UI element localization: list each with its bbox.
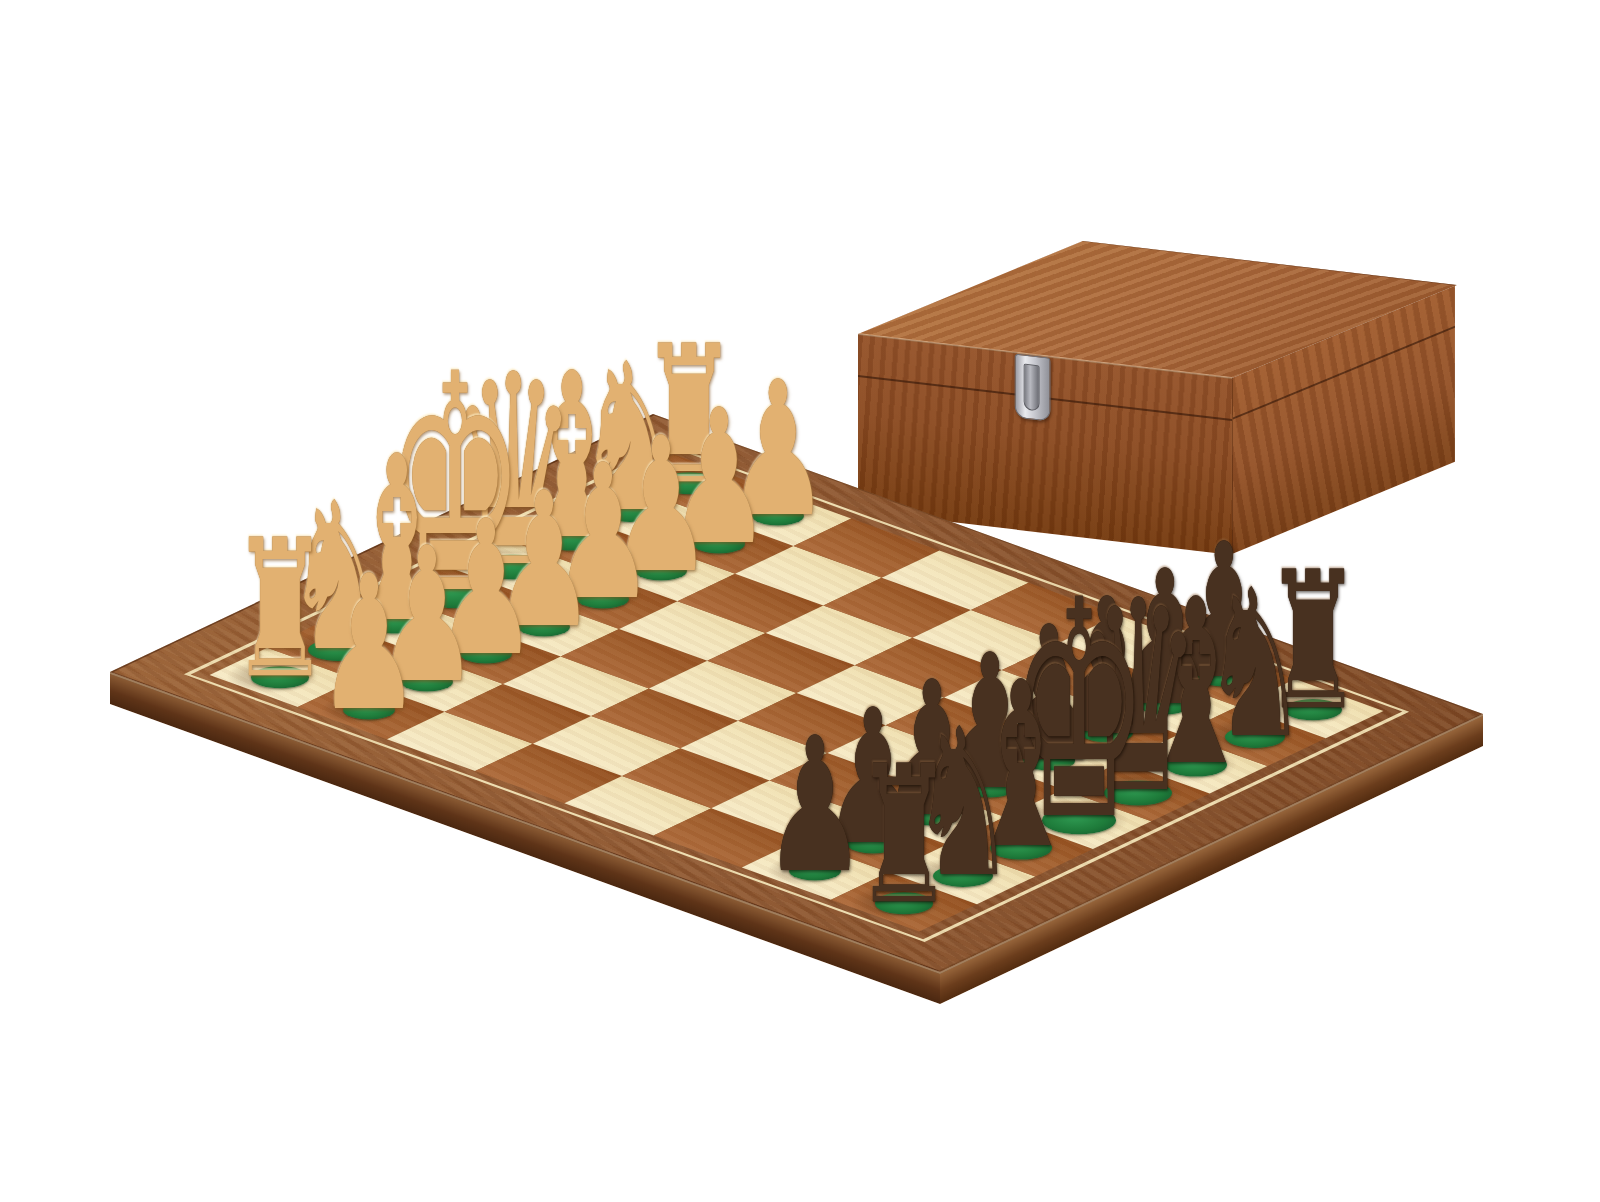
pieces-layer: ♜♞♟♝♟♛♟♚♟♝♟♞♟♟♜♟♟♜♟♟♞♟♝♟♛♟♚♟♝♟♞♜ bbox=[0, 0, 1600, 1202]
black-r-glyph: ♜ bbox=[855, 765, 954, 908]
white-r-glyph: ♜ bbox=[230, 539, 329, 682]
chess-set-product-photo: ♜♞♟♝♟♛♟♚♟♝♟♞♟♟♜♟♟♜♟♟♞♟♝♟♛♟♚♟♝♟♞♜ bbox=[0, 0, 1600, 1202]
black-p-glyph: ♟ bbox=[763, 736, 866, 876]
white-p-glyph: ♟ bbox=[317, 574, 420, 714]
